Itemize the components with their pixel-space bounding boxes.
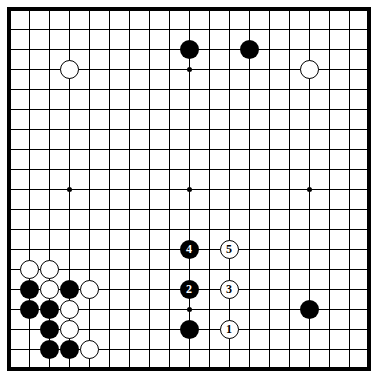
black-stone-D5[interactable] (60, 280, 79, 299)
white-stone-E2[interactable] (80, 340, 99, 359)
black-stone-D2[interactable] (60, 340, 79, 359)
board-point-M3[interactable]: 1 (219, 319, 239, 339)
board-point-C2[interactable] (39, 339, 59, 359)
move-1-white-stone-M3[interactable]: 1 (220, 320, 239, 339)
black-stone-K17[interactable] (180, 40, 199, 59)
board-point-Q16[interactable] (299, 59, 319, 79)
board-point-K5[interactable]: 2 (179, 279, 199, 299)
go-board[interactable]: 45231 (0, 0, 380, 380)
board-point-C5[interactable] (39, 279, 59, 299)
black-stone-C2[interactable] (40, 340, 59, 359)
white-stone-B6[interactable] (20, 260, 39, 279)
board-point-E5[interactable] (79, 279, 99, 299)
board-point-D3[interactable] (59, 319, 79, 339)
board-point-E2[interactable] (79, 339, 99, 359)
board-point-D4[interactable] (59, 299, 79, 319)
board-point-K7[interactable]: 4 (179, 239, 199, 259)
move-5-white-stone-M7[interactable]: 5 (220, 240, 239, 259)
board-point-C6[interactable] (39, 259, 59, 279)
white-stone-D16[interactable] (60, 60, 79, 79)
white-stone-C6[interactable] (40, 260, 59, 279)
board-point-D2[interactable] (59, 339, 79, 359)
board-point-N17[interactable] (239, 39, 259, 59)
black-stone-Q4[interactable] (300, 300, 319, 319)
move-3-white-stone-M5[interactable]: 3 (220, 280, 239, 299)
move-2-black-stone-K5[interactable]: 2 (180, 280, 199, 299)
black-stone-B5[interactable] (20, 280, 39, 299)
white-stone-D3[interactable] (60, 320, 79, 339)
board-point-D16[interactable] (59, 59, 79, 79)
board-point-Q4[interactable] (299, 299, 319, 319)
stones-layer: 45231 (0, 0, 379, 379)
black-stone-B4[interactable] (20, 300, 39, 319)
board-point-B5[interactable] (19, 279, 39, 299)
black-stone-N17[interactable] (240, 40, 259, 59)
board-point-M5[interactable]: 3 (219, 279, 239, 299)
board-point-K3[interactable] (179, 319, 199, 339)
white-stone-D4[interactable] (60, 300, 79, 319)
board-point-B4[interactable] (19, 299, 39, 319)
black-stone-C4[interactable] (40, 300, 59, 319)
black-stone-C3[interactable] (40, 320, 59, 339)
board-point-C3[interactable] (39, 319, 59, 339)
white-stone-C5[interactable] (40, 280, 59, 299)
white-stone-Q16[interactable] (300, 60, 319, 79)
white-stone-E5[interactable] (80, 280, 99, 299)
board-point-C4[interactable] (39, 299, 59, 319)
move-4-black-stone-K7[interactable]: 4 (180, 240, 199, 259)
black-stone-K3[interactable] (180, 320, 199, 339)
board-point-M7[interactable]: 5 (219, 239, 239, 259)
board-point-D5[interactable] (59, 279, 79, 299)
board-point-K17[interactable] (179, 39, 199, 59)
board-point-B6[interactable] (19, 259, 39, 279)
